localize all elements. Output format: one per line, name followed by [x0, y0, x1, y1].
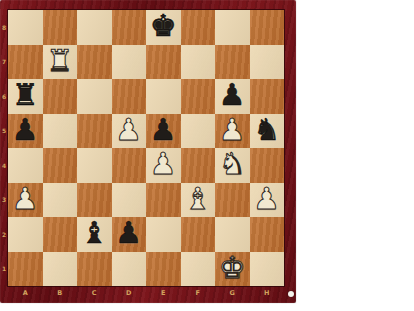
file-label-h: H [250, 286, 285, 300]
square-a5[interactable]: ♟ [8, 114, 43, 149]
square-b7[interactable]: ♜ [43, 45, 78, 80]
file-label-g: G [215, 286, 250, 300]
square-d2[interactable]: ♟ [112, 217, 147, 252]
file-labels: ABCDEFGH [8, 286, 284, 300]
square-h5[interactable]: ♞ [250, 114, 285, 149]
square-e3[interactable] [146, 183, 181, 218]
rank-label-7: 7 [0, 45, 8, 80]
square-h1[interactable] [250, 252, 285, 287]
file-label-d: D [112, 286, 147, 300]
square-c5[interactable] [77, 114, 112, 149]
piece-white-pawn-h3[interactable]: ♟ [253, 184, 280, 214]
square-g7[interactable] [215, 45, 250, 80]
piece-black-rook-a6[interactable]: ♜ [12, 80, 39, 110]
square-d7[interactable] [112, 45, 147, 80]
piece-black-bishop-c2[interactable]: ♝ [81, 218, 108, 248]
square-h2[interactable] [250, 217, 285, 252]
square-d1[interactable] [112, 252, 147, 287]
square-c7[interactable] [77, 45, 112, 80]
piece-white-rook-b7[interactable]: ♜ [46, 46, 73, 76]
square-a7[interactable] [8, 45, 43, 80]
square-a3[interactable]: ♟ [8, 183, 43, 218]
rank-label-3: 3 [0, 183, 8, 218]
square-d6[interactable] [112, 79, 147, 114]
square-a8[interactable] [8, 10, 43, 45]
rank-label-5: 5 [0, 114, 8, 149]
square-f3[interactable]: ♝ [181, 183, 216, 218]
square-a2[interactable] [8, 217, 43, 252]
square-g2[interactable] [215, 217, 250, 252]
square-c1[interactable] [77, 252, 112, 287]
board-grid: ♚♜♜♟♟♟♟♟♞♟♞♟♝♟♝♟♚ [8, 10, 284, 286]
piece-white-pawn-a3[interactable]: ♟ [12, 184, 39, 214]
page-background: 87654321 ♚♜♜♟♟♟♟♟♞♟♞♟♝♟♝♟♚ ABCDEFGH [0, 0, 414, 311]
square-b2[interactable] [43, 217, 78, 252]
piece-black-pawn-d2[interactable]: ♟ [115, 218, 142, 248]
square-c6[interactable] [77, 79, 112, 114]
square-g1[interactable]: ♚ [215, 252, 250, 287]
square-c2[interactable]: ♝ [77, 217, 112, 252]
square-f6[interactable] [181, 79, 216, 114]
square-e7[interactable] [146, 45, 181, 80]
square-e6[interactable] [146, 79, 181, 114]
piece-black-pawn-g6[interactable]: ♟ [219, 80, 246, 110]
square-g4[interactable]: ♞ [215, 148, 250, 183]
square-h8[interactable] [250, 10, 285, 45]
square-b1[interactable] [43, 252, 78, 287]
square-d8[interactable] [112, 10, 147, 45]
chess-board-frame: 87654321 ♚♜♜♟♟♟♟♟♞♟♞♟♝♟♝♟♚ ABCDEFGH [0, 0, 296, 303]
file-label-b: B [43, 286, 78, 300]
square-f7[interactable] [181, 45, 216, 80]
piece-black-pawn-a5[interactable]: ♟ [12, 115, 39, 145]
piece-black-king-e8[interactable]: ♚ [150, 11, 177, 41]
square-h4[interactable] [250, 148, 285, 183]
square-g8[interactable] [215, 10, 250, 45]
rank-label-8: 8 [0, 10, 8, 45]
square-h6[interactable] [250, 79, 285, 114]
square-c3[interactable] [77, 183, 112, 218]
square-f1[interactable] [181, 252, 216, 287]
square-d3[interactable] [112, 183, 147, 218]
piece-white-bishop-f3[interactable]: ♝ [184, 184, 211, 214]
piece-black-pawn-e5[interactable]: ♟ [150, 115, 177, 145]
piece-white-knight-g4[interactable]: ♞ [219, 149, 246, 179]
square-f5[interactable] [181, 114, 216, 149]
square-g6[interactable]: ♟ [215, 79, 250, 114]
piece-white-pawn-d5[interactable]: ♟ [115, 115, 142, 145]
square-f2[interactable] [181, 217, 216, 252]
piece-white-pawn-g5[interactable]: ♟ [219, 115, 246, 145]
square-b8[interactable] [43, 10, 78, 45]
rank-labels: 87654321 [0, 10, 8, 286]
square-c4[interactable] [77, 148, 112, 183]
file-label-f: F [181, 286, 216, 300]
piece-black-knight-h5[interactable]: ♞ [253, 115, 280, 145]
corner-dot [288, 291, 294, 297]
square-d4[interactable] [112, 148, 147, 183]
rank-label-6: 6 [0, 79, 8, 114]
square-e2[interactable] [146, 217, 181, 252]
square-a1[interactable] [8, 252, 43, 287]
square-d5[interactable]: ♟ [112, 114, 147, 149]
piece-white-king-g1[interactable]: ♚ [219, 253, 246, 283]
square-e5[interactable]: ♟ [146, 114, 181, 149]
file-label-c: C [77, 286, 112, 300]
square-b5[interactable] [43, 114, 78, 149]
square-b6[interactable] [43, 79, 78, 114]
square-f8[interactable] [181, 10, 216, 45]
square-h3[interactable]: ♟ [250, 183, 285, 218]
square-b4[interactable] [43, 148, 78, 183]
square-g5[interactable]: ♟ [215, 114, 250, 149]
square-e1[interactable] [146, 252, 181, 287]
square-f4[interactable] [181, 148, 216, 183]
file-label-e: E [146, 286, 181, 300]
rank-label-4: 4 [0, 148, 8, 183]
square-c8[interactable] [77, 10, 112, 45]
square-h7[interactable] [250, 45, 285, 80]
square-g3[interactable] [215, 183, 250, 218]
rank-label-1: 1 [0, 252, 8, 287]
square-b3[interactable] [43, 183, 78, 218]
square-a6[interactable]: ♜ [8, 79, 43, 114]
square-e8[interactable]: ♚ [146, 10, 181, 45]
square-e4[interactable]: ♟ [146, 148, 181, 183]
rank-label-2: 2 [0, 217, 8, 252]
square-a4[interactable] [8, 148, 43, 183]
piece-white-pawn-e4[interactable]: ♟ [150, 149, 177, 179]
file-label-a: A [8, 286, 43, 300]
